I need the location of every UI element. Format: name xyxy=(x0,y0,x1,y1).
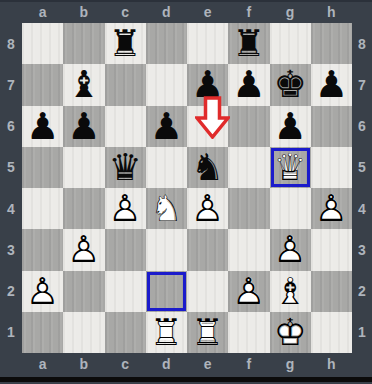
piece-black-pawn-f7[interactable]: ♟ xyxy=(228,64,269,105)
rank-label-left-2: 2 xyxy=(0,271,22,312)
piece-glyph: ♚ xyxy=(270,64,311,105)
piece-glyph-outline: ♘ xyxy=(146,188,187,229)
piece-glyph-outline: ♙ xyxy=(22,271,63,312)
piece-white-pawn-e4[interactable]: ♟♙ xyxy=(187,188,228,229)
square-c2[interactable] xyxy=(105,271,146,312)
rank-label-right-5: 5 xyxy=(352,147,372,188)
rank-label-left-6: 6 xyxy=(0,106,22,147)
piece-white-pawn-b3[interactable]: ♟♙ xyxy=(63,229,104,270)
piece-black-knight-e5[interactable]: ♞ xyxy=(187,147,228,188)
square-g4[interactable] xyxy=(270,188,311,229)
file-label-top-h: h xyxy=(311,0,352,23)
square-h7[interactable]: ♟ xyxy=(311,64,352,105)
piece-white-rook-e1[interactable]: ♜♖ xyxy=(187,312,228,353)
piece-glyph-outline: ♖ xyxy=(187,312,228,353)
file-label-top-c: c xyxy=(105,0,146,23)
piece-glyph-outline: ♕ xyxy=(270,147,311,188)
file-label-bottom-g: g xyxy=(270,352,311,375)
square-b8[interactable] xyxy=(63,23,104,64)
square-d8[interactable] xyxy=(146,23,187,64)
rank-label-left-8: 8 xyxy=(0,23,22,64)
square-h4[interactable]: ♟♙ xyxy=(311,188,352,229)
rank-label-left-1: 1 xyxy=(0,312,22,353)
rank-label-right-2: 2 xyxy=(352,271,372,312)
piece-black-rook-f8[interactable]: ♜ xyxy=(228,23,269,64)
file-label-top-e: e xyxy=(187,0,228,23)
piece-glyph-outline: ♙ xyxy=(270,229,311,270)
square-a7[interactable] xyxy=(22,64,63,105)
rank-label-right-8: 8 xyxy=(352,23,372,64)
rank-label-left-5: 5 xyxy=(0,147,22,188)
piece-glyph-outline: ♙ xyxy=(187,188,228,229)
square-f8[interactable]: ♜ xyxy=(228,23,269,64)
square-f4[interactable] xyxy=(228,188,269,229)
piece-black-bishop-b7[interactable]: ♝ xyxy=(63,64,104,105)
file-label-bottom-a: a xyxy=(22,352,63,375)
square-f2[interactable]: ♟♙ xyxy=(228,271,269,312)
square-e4[interactable]: ♟♙ xyxy=(187,188,228,229)
file-label-bottom-b: b xyxy=(63,352,104,375)
rank-labels-right: 87654321 xyxy=(352,23,372,353)
square-h5[interactable] xyxy=(311,147,352,188)
rank-label-right-3: 3 xyxy=(352,229,372,270)
square-g6[interactable]: ♟ xyxy=(270,106,311,147)
square-a2[interactable]: ♟♙ xyxy=(22,271,63,312)
piece-white-knight-d4[interactable]: ♞♘ xyxy=(146,188,187,229)
square-g7[interactable]: ♚ xyxy=(270,64,311,105)
square-e1[interactable]: ♜♖ xyxy=(187,312,228,353)
square-c6[interactable] xyxy=(105,106,146,147)
piece-glyph-outline: ♗ xyxy=(270,271,311,312)
file-label-bottom-f: f xyxy=(228,352,269,375)
rank-label-right-4: 4 xyxy=(352,188,372,229)
rank-label-right-6: 6 xyxy=(352,106,372,147)
square-d1[interactable]: ♜♖ xyxy=(146,312,187,353)
piece-white-bishop-g2[interactable]: ♝♗ xyxy=(270,271,311,312)
square-d7[interactable] xyxy=(146,64,187,105)
square-e2[interactable] xyxy=(187,271,228,312)
square-e8[interactable] xyxy=(187,23,228,64)
square-b2[interactable] xyxy=(63,271,104,312)
square-e5[interactable]: ♞ xyxy=(187,147,228,188)
file-label-bottom-e: e xyxy=(187,352,228,375)
square-h2[interactable] xyxy=(311,271,352,312)
file-label-top-d: d xyxy=(146,0,187,23)
square-c3[interactable] xyxy=(105,229,146,270)
piece-black-pawn-h7[interactable]: ♟ xyxy=(311,64,352,105)
piece-white-king-g1[interactable]: ♚♔ xyxy=(270,312,311,353)
square-b5[interactable] xyxy=(63,147,104,188)
square-g1[interactable]: ♚♔ xyxy=(270,312,311,353)
square-b1[interactable] xyxy=(63,312,104,353)
file-label-top-f: f xyxy=(228,0,269,23)
piece-glyph: ♛ xyxy=(105,147,146,188)
piece-glyph: ♜ xyxy=(228,23,269,64)
square-f1[interactable] xyxy=(228,312,269,353)
piece-glyph: ♝ xyxy=(63,64,104,105)
square-f3[interactable] xyxy=(228,229,269,270)
square-a3[interactable] xyxy=(22,229,63,270)
piece-white-rook-d1[interactable]: ♜♖ xyxy=(146,312,187,353)
move-arrow-down-icon xyxy=(195,96,230,139)
square-d3[interactable] xyxy=(146,229,187,270)
square-b6[interactable]: ♟ xyxy=(63,106,104,147)
piece-white-queen-g5[interactable]: ♛♕ xyxy=(270,147,311,188)
square-c4[interactable]: ♟♙ xyxy=(105,188,146,229)
square-a1[interactable] xyxy=(22,312,63,353)
piece-glyph-outline: ♙ xyxy=(63,229,104,270)
piece-black-king-g7[interactable]: ♚ xyxy=(270,64,311,105)
square-h6[interactable] xyxy=(311,106,352,147)
square-g3[interactable]: ♟♙ xyxy=(270,229,311,270)
square-d6[interactable]: ♟ xyxy=(146,106,187,147)
bottom-separator xyxy=(0,377,372,382)
square-g5[interactable]: ♛♕ xyxy=(270,147,311,188)
piece-glyph: ♟ xyxy=(63,106,104,147)
square-d2[interactable] xyxy=(146,271,187,312)
square-f7[interactable]: ♟ xyxy=(228,64,269,105)
square-c5[interactable]: ♛ xyxy=(105,147,146,188)
piece-glyph: ♜ xyxy=(105,23,146,64)
piece-white-pawn-g3[interactable]: ♟♙ xyxy=(270,229,311,270)
file-label-bottom-h: h xyxy=(311,352,352,375)
file-label-top-g: g xyxy=(270,0,311,23)
square-a5[interactable] xyxy=(22,147,63,188)
square-b4[interactable] xyxy=(63,188,104,229)
rank-label-right-1: 1 xyxy=(352,312,372,353)
piece-black-pawn-d6[interactable]: ♟ xyxy=(146,106,187,147)
piece-white-pawn-c4[interactable]: ♟♙ xyxy=(105,188,146,229)
square-e6[interactable] xyxy=(187,106,228,147)
piece-glyph-outline: ♔ xyxy=(270,312,311,353)
chess-board: ♜♜♝♟♟♚♟♟♟♟♟♛♞♛♕♟♙♞♘♟♙♟♙♟♙♟♙♟♙♟♙♝♗♜♖♜♖♚♔ xyxy=(22,23,352,353)
piece-white-pawn-h4[interactable]: ♟♙ xyxy=(311,188,352,229)
square-g8[interactable] xyxy=(270,23,311,64)
piece-black-rook-c8[interactable]: ♜ xyxy=(105,23,146,64)
square-a8[interactable] xyxy=(22,23,63,64)
square-d4[interactable]: ♞♘ xyxy=(146,188,187,229)
piece-white-pawn-f2[interactable]: ♟♙ xyxy=(228,271,269,312)
square-f6[interactable] xyxy=(228,106,269,147)
piece-glyph: ♟ xyxy=(270,106,311,147)
highlight-frame-d2 xyxy=(147,272,186,311)
square-h3[interactable] xyxy=(311,229,352,270)
file-label-bottom-c: c xyxy=(105,352,146,375)
piece-glyph-outline: ♙ xyxy=(105,188,146,229)
square-a4[interactable] xyxy=(22,188,63,229)
piece-black-pawn-b6[interactable]: ♟ xyxy=(63,106,104,147)
rank-label-left-7: 7 xyxy=(0,64,22,105)
piece-black-queen-c5[interactable]: ♛ xyxy=(105,147,146,188)
square-h8[interactable] xyxy=(311,23,352,64)
file-label-bottom-d: d xyxy=(146,352,187,375)
rank-label-right-7: 7 xyxy=(352,64,372,105)
square-c1[interactable] xyxy=(105,312,146,353)
file-label-top-a: a xyxy=(22,0,63,23)
square-h1[interactable] xyxy=(311,312,352,353)
square-e3[interactable] xyxy=(187,229,228,270)
chess-diagram: abcdefgh 87654321 87654321 ♜♜♝♟♟♚♟♟♟♟♟♛♞… xyxy=(0,0,372,384)
piece-glyph: ♟ xyxy=(311,64,352,105)
piece-glyph-outline: ♙ xyxy=(228,271,269,312)
piece-white-pawn-a2[interactable]: ♟♙ xyxy=(22,271,63,312)
piece-glyph: ♟ xyxy=(146,106,187,147)
piece-black-pawn-a6[interactable]: ♟ xyxy=(22,106,63,147)
rank-label-left-3: 3 xyxy=(0,229,22,270)
square-b7[interactable]: ♝ xyxy=(63,64,104,105)
piece-glyph-outline: ♙ xyxy=(311,188,352,229)
square-g2[interactable]: ♝♗ xyxy=(270,271,311,312)
piece-glyph-outline: ♖ xyxy=(146,312,187,353)
square-c7[interactable] xyxy=(105,64,146,105)
piece-glyph: ♟ xyxy=(22,106,63,147)
piece-glyph: ♟ xyxy=(228,64,269,105)
rank-labels-left: 87654321 xyxy=(0,23,22,353)
square-d5[interactable] xyxy=(146,147,187,188)
piece-black-pawn-g6[interactable]: ♟ xyxy=(270,106,311,147)
piece-glyph: ♞ xyxy=(187,147,228,188)
file-label-top-b: b xyxy=(63,0,104,23)
square-f5[interactable] xyxy=(228,147,269,188)
file-labels-top: abcdefgh xyxy=(22,0,352,23)
square-b3[interactable]: ♟♙ xyxy=(63,229,104,270)
rank-label-left-4: 4 xyxy=(0,188,22,229)
square-a6[interactable]: ♟ xyxy=(22,106,63,147)
file-labels-bottom: abcdefgh xyxy=(22,352,352,375)
square-c8[interactable]: ♜ xyxy=(105,23,146,64)
